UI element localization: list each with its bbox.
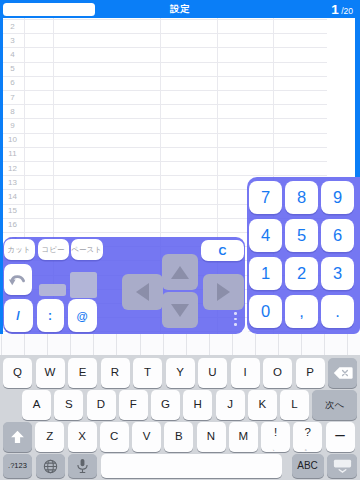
gray-block-big xyxy=(70,272,97,298)
keypad-comma[interactable]: , xyxy=(285,295,318,328)
page-indicator: 1 /20 xyxy=(331,0,353,18)
left-arrow-icon xyxy=(136,283,149,301)
key-backspace[interactable] xyxy=(328,358,357,388)
clear-key[interactable]: C xyxy=(201,240,244,261)
key-j[interactable]: J xyxy=(216,390,245,420)
keyboard-row-2: ASDFGHJKL次へ xyxy=(22,390,357,420)
keypad-9[interactable]: 9 xyxy=(321,181,354,214)
key-l[interactable]: L xyxy=(280,390,309,420)
cut-key[interactable]: カット xyxy=(4,239,35,260)
undo-key[interactable] xyxy=(4,264,32,295)
key-i[interactable]: I xyxy=(231,358,260,388)
keypad-8[interactable]: 8 xyxy=(285,181,318,214)
key-globe[interactable] xyxy=(36,454,65,478)
dpad-right-key[interactable] xyxy=(203,274,244,310)
dpad-down-key[interactable] xyxy=(162,292,198,328)
top-navigation-bar: 設定 1 /20 xyxy=(0,0,360,18)
key-abc-label: ABC xyxy=(297,461,318,471)
key-o-label: O xyxy=(273,367,282,379)
right-arrow-icon xyxy=(217,283,230,301)
key-n-label: N xyxy=(207,431,215,443)
key-u-label: U xyxy=(208,367,216,379)
keypad-period[interactable]: . xyxy=(321,295,354,328)
key-n[interactable]: N xyxy=(197,422,226,452)
slash-key[interactable]: / xyxy=(4,299,33,332)
key-d-label: D xyxy=(97,399,105,411)
key-k-label: K xyxy=(258,399,266,411)
keypad-4[interactable]: 4 xyxy=(249,219,282,252)
key-question-label: ? xyxy=(305,427,311,439)
row-number-12: 12 xyxy=(2,161,23,175)
key-exclaim-label: ! xyxy=(274,427,277,439)
key-s[interactable]: S xyxy=(54,390,83,420)
key-longdash-label: ー xyxy=(334,431,346,443)
right-edge-stripe xyxy=(355,18,360,177)
key-longdash[interactable]: ー xyxy=(326,422,355,452)
key-b[interactable]: B xyxy=(164,422,193,452)
key-next-label: 次へ xyxy=(325,400,344,410)
key-p[interactable]: P xyxy=(296,358,325,388)
numeric-keypad: 7894561230,. xyxy=(249,181,354,328)
row-number-9: 9 xyxy=(2,118,23,132)
row-number-2: 2 xyxy=(2,19,23,33)
key-e-label: E xyxy=(79,367,87,379)
key-c[interactable]: C xyxy=(100,422,129,452)
colon-key[interactable]: : xyxy=(37,299,64,332)
key-w[interactable]: W xyxy=(36,358,65,388)
key-shift[interactable] xyxy=(3,422,32,452)
row-number-8: 8 xyxy=(2,104,23,118)
key-t-label: T xyxy=(144,367,151,379)
key-p-label: P xyxy=(306,367,314,379)
shift-icon xyxy=(10,430,25,444)
key-b-label: B xyxy=(175,431,183,443)
key-123[interactable]: .?123 xyxy=(3,454,32,478)
key-m-label: M xyxy=(238,431,248,443)
key-question-sublabel: 。 xyxy=(293,444,322,451)
key-e[interactable]: E xyxy=(68,358,97,388)
key-abc[interactable]: ABC xyxy=(292,454,324,478)
mic-icon xyxy=(77,458,88,474)
key-m[interactable]: M xyxy=(229,422,258,452)
row-number-16: 16 xyxy=(2,218,23,232)
key-mic[interactable] xyxy=(68,454,97,478)
key-r[interactable]: R xyxy=(101,358,130,388)
key-h[interactable]: H xyxy=(183,390,212,420)
key-v[interactable]: V xyxy=(132,422,161,452)
row-number-4: 4 xyxy=(2,47,23,61)
page-total: /20 xyxy=(341,4,353,19)
dismiss-keyboard-icon xyxy=(333,459,352,473)
key-q[interactable]: Q xyxy=(3,358,32,388)
key-dismiss[interactable] xyxy=(327,454,357,478)
backspace-icon xyxy=(332,366,354,380)
key-z[interactable]: Z xyxy=(35,422,64,452)
key-f[interactable]: F xyxy=(119,390,148,420)
down-arrow-icon xyxy=(171,304,189,317)
key-d[interactable]: D xyxy=(87,390,116,420)
paste-key[interactable]: ペースト xyxy=(71,239,103,260)
up-arrow-icon xyxy=(171,266,189,279)
keypad-0[interactable]: 0 xyxy=(249,295,282,328)
settings-button[interactable]: 設定 xyxy=(0,0,360,18)
drag-handle-dots-icon[interactable] xyxy=(233,312,238,326)
row-number-13: 13 xyxy=(2,175,23,189)
key-g[interactable]: G xyxy=(151,390,180,420)
key-x-label: X xyxy=(78,431,86,443)
key-exclaim-sublabel: 、 xyxy=(261,444,290,451)
page-current: 1 xyxy=(331,2,339,17)
row-number-3: 3 xyxy=(2,33,23,47)
at-key[interactable]: @ xyxy=(68,299,97,332)
key-r-label: R xyxy=(111,367,119,379)
key-y[interactable]: Y xyxy=(166,358,195,388)
key-f-label: F xyxy=(130,399,137,411)
copy-key[interactable]: コピー xyxy=(38,239,69,260)
key-space[interactable] xyxy=(101,454,282,478)
row-number-6: 6 xyxy=(2,76,23,90)
key-t[interactable]: T xyxy=(133,358,162,388)
key-question[interactable]: ?。 xyxy=(293,422,322,452)
keypad-3[interactable]: 3 xyxy=(321,257,354,290)
row-number-11: 11 xyxy=(2,147,23,161)
keyboard-row-1: QWERTYUIOP xyxy=(3,358,357,388)
row-number-5: 5 xyxy=(2,62,23,76)
key-k[interactable]: K xyxy=(248,390,277,420)
app-screen: 設定 1 /20 234567891011121314151617 C xyxy=(0,0,360,480)
undo-arrow-icon xyxy=(8,272,27,287)
key-h-label: H xyxy=(194,399,202,411)
key-a[interactable]: A xyxy=(22,390,51,420)
key-v-label: V xyxy=(143,431,151,443)
key-c-label: C xyxy=(110,431,118,443)
dpad-left-key[interactable] xyxy=(122,274,163,310)
key-g-label: G xyxy=(161,399,170,411)
panel-gap-notch xyxy=(240,327,250,334)
key-exclaim[interactable]: !、 xyxy=(261,422,290,452)
key-o[interactable]: O xyxy=(263,358,292,388)
key-x[interactable]: X xyxy=(68,422,97,452)
keypad-1[interactable]: 1 xyxy=(249,257,282,290)
keypad-2[interactable]: 2 xyxy=(285,257,318,290)
key-y-label: Y xyxy=(176,367,184,379)
keypad-6[interactable]: 6 xyxy=(321,219,354,252)
gray-block-small xyxy=(39,284,66,296)
narrow-column-strip xyxy=(0,334,360,355)
key-j-label: J xyxy=(227,399,233,411)
row-number-15: 15 xyxy=(2,204,23,218)
row-number-10: 10 xyxy=(2,133,23,147)
keypad-7[interactable]: 7 xyxy=(249,181,282,214)
key-next[interactable]: 次へ xyxy=(312,390,357,420)
row-number-7: 7 xyxy=(2,90,23,104)
keyboard-row-3: ZXCVBNM!、?。ー xyxy=(3,422,357,452)
key-123-label: .?123 xyxy=(8,462,27,470)
key-l-label: L xyxy=(291,399,297,411)
key-w-label: W xyxy=(45,367,56,379)
key-u[interactable]: U xyxy=(198,358,227,388)
key-a-label: A xyxy=(33,399,41,411)
keypad-5[interactable]: 5 xyxy=(285,219,318,252)
globe-icon xyxy=(43,459,58,474)
system-keyboard: QWERTYUIOP ASDFGHJKL次へ ZXCVBNM!、?。ー .?12… xyxy=(0,355,360,480)
key-z-label: Z xyxy=(46,431,53,443)
row-number-14: 14 xyxy=(2,189,23,203)
keyboard-row-4: .?123ABC xyxy=(3,454,357,478)
key-q-label: Q xyxy=(13,367,22,379)
key-s-label: S xyxy=(65,399,73,411)
dpad-up-key[interactable] xyxy=(162,254,198,290)
key-i-label: I xyxy=(243,367,246,379)
